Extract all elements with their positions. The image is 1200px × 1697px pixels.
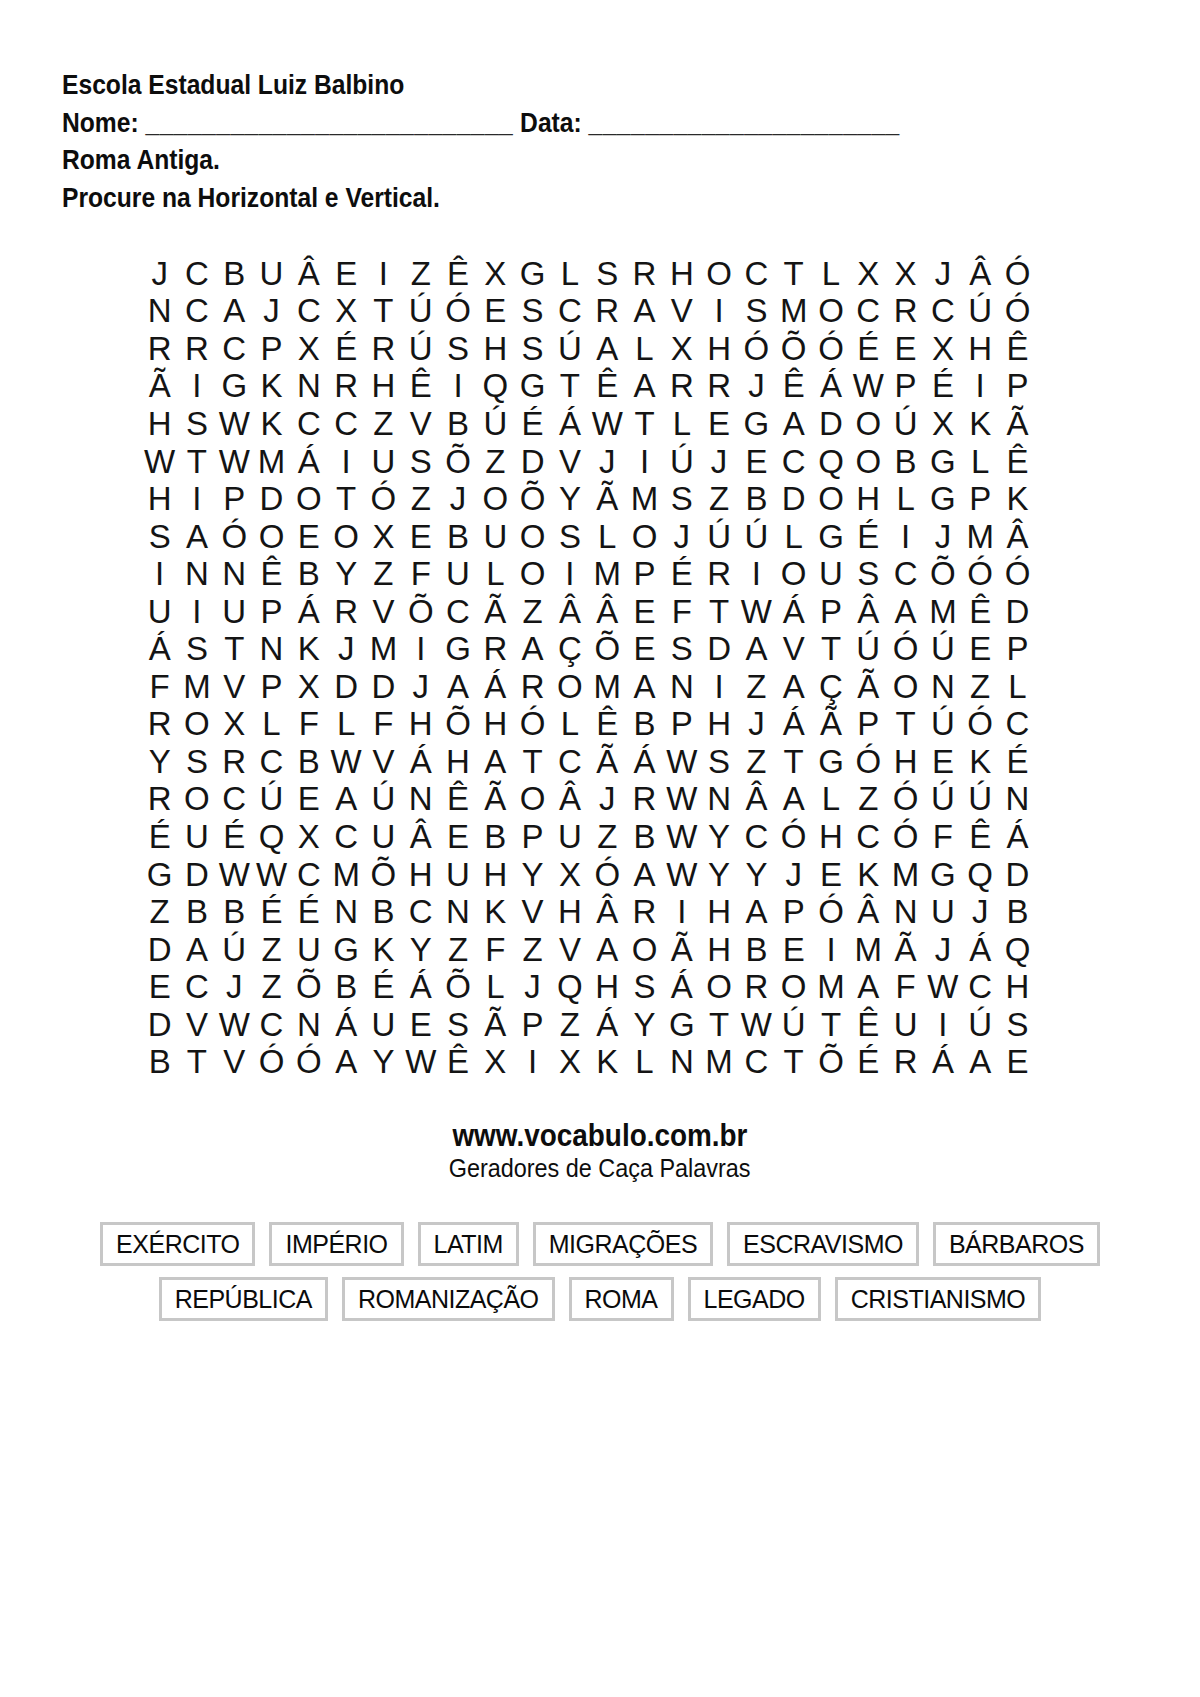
grid-cell-r5c19: D	[812, 405, 849, 443]
grid-cell-r21c16: T	[700, 1006, 737, 1044]
grid-cell-r14c23: K	[962, 743, 999, 781]
grid-cell-r21c17: W	[738, 1006, 775, 1044]
grid-cell-r17c5: C	[290, 856, 327, 894]
grid-cell-r15c17: Â	[738, 781, 775, 819]
grid-cell-r20c4: Z	[253, 968, 290, 1006]
grid-cell-r19c6: G	[327, 931, 364, 969]
grid-cell-r22c1: B	[141, 1043, 178, 1081]
theme-title: Roma Antiga.	[62, 141, 900, 179]
grid-cell-r19c14: O	[626, 931, 663, 969]
grid-cell-r13c5: F	[290, 706, 327, 744]
grid-cell-r19c4: Z	[253, 931, 290, 969]
grid-cell-r9c4: Ê	[253, 555, 290, 593]
grid-cell-r4c2: I	[178, 368, 215, 406]
grid-cell-r15c13: J	[589, 781, 626, 819]
grid-cell-r9c11: O	[514, 555, 551, 593]
grid-cell-r18c4: É	[253, 893, 290, 931]
grid-cell-r9c5: B	[290, 555, 327, 593]
grid-cell-r1c20: X	[850, 255, 887, 293]
grid-cell-r1c8: Z	[402, 255, 439, 293]
grid-cell-r16c18: Ó	[775, 818, 812, 856]
grid-cell-r11c6: J	[327, 630, 364, 668]
grid-cell-r9c10: L	[477, 555, 514, 593]
grid-cell-r1c5: Â	[290, 255, 327, 293]
grid-cell-r17c23: Q	[962, 856, 999, 894]
grid-cell-r14c16: S	[700, 743, 737, 781]
grid-cell-r11c10: R	[477, 630, 514, 668]
grid-cell-r12c19: Ç	[812, 668, 849, 706]
grid-cell-r12c24: L	[999, 668, 1036, 706]
grid-cell-r10c23: Ê	[962, 593, 999, 631]
grid-cell-r17c2: D	[178, 856, 215, 894]
grid-cell-r21c11: P	[514, 1006, 551, 1044]
grid-cell-r14c5: B	[290, 743, 327, 781]
grid-cell-r18c7: B	[365, 893, 402, 931]
grid-cell-r13c18: Á	[775, 706, 812, 744]
word-chip-latim: LATIM	[418, 1222, 519, 1266]
grid-cell-r19c22: J	[924, 931, 961, 969]
grid-cell-r8c21: I	[887, 518, 924, 556]
grid-cell-r4c17: J	[738, 368, 775, 406]
grid-cell-r3c12: Ú	[551, 330, 588, 368]
grid-cell-r10c22: M	[924, 593, 961, 631]
grid-cell-r20c21: F	[887, 968, 924, 1006]
grid-cell-r16c15: W	[663, 818, 700, 856]
grid-cell-r13c6: L	[327, 706, 364, 744]
grid-cell-r14c18: T	[775, 743, 812, 781]
grid-cell-r12c18: A	[775, 668, 812, 706]
grid-cell-r11c19: T	[812, 630, 849, 668]
grid-cell-r4c15: R	[663, 368, 700, 406]
grid-cell-r14c3: R	[216, 743, 253, 781]
grid-cell-r8c20: É	[850, 518, 887, 556]
grid-cell-r14c4: C	[253, 743, 290, 781]
grid-cell-r4c18: Ê	[775, 368, 812, 406]
grid-cell-r17c12: X	[551, 856, 588, 894]
worksheet-header: Escola Estadual Luiz Balbino Nome: _____…	[62, 66, 900, 216]
grid-cell-r16c24: Á	[999, 818, 1036, 856]
grid-cell-r9c22: Õ	[924, 555, 961, 593]
grid-cell-r16c23: Ê	[962, 818, 999, 856]
grid-cell-r3c18: Õ	[775, 330, 812, 368]
letter-grid: JCBUÂEIZÊXGLSRHOCTLXXJÂÓNCAJCXTÚÓESCRAVI…	[141, 255, 1036, 1081]
grid-cell-r2c14: A	[626, 293, 663, 331]
grid-cell-r4c11: G	[514, 368, 551, 406]
grid-cell-r10c21: A	[887, 593, 924, 631]
grid-cell-r12c4: P	[253, 668, 290, 706]
grid-cell-r13c16: H	[700, 706, 737, 744]
word-chip-cristianismo: CRISTIANISMO	[835, 1277, 1042, 1321]
grid-cell-r19c10: F	[477, 931, 514, 969]
grid-cell-r9c7: Z	[365, 555, 402, 593]
grid-cell-r11c16: D	[700, 630, 737, 668]
grid-cell-r11c8: I	[402, 630, 439, 668]
grid-cell-r6c4: M	[253, 443, 290, 481]
grid-cell-r5c3: W	[216, 405, 253, 443]
grid-cell-r10c7: V	[365, 593, 402, 631]
grid-cell-r1c21: X	[887, 255, 924, 293]
grid-cell-r15c14: R	[626, 781, 663, 819]
grid-cell-r5c10: Ú	[477, 405, 514, 443]
grid-cell-r16c9: E	[439, 818, 476, 856]
grid-cell-r5c5: C	[290, 405, 327, 443]
grid-cell-r10c16: T	[700, 593, 737, 631]
grid-cell-r17c21: M	[887, 856, 924, 894]
grid-cell-r5c1: H	[141, 405, 178, 443]
grid-cell-r16c5: X	[290, 818, 327, 856]
grid-cell-r17c7: Õ	[365, 856, 402, 894]
grid-cell-r20c7: É	[365, 968, 402, 1006]
grid-cell-r2c17: S	[738, 293, 775, 331]
grid-cell-r19c9: Z	[439, 931, 476, 969]
grid-cell-r5c2: S	[178, 405, 215, 443]
grid-cell-r6c18: C	[775, 443, 812, 481]
grid-cell-r16c14: B	[626, 818, 663, 856]
grid-cell-r14c6: W	[327, 743, 364, 781]
grid-cell-r16c20: C	[850, 818, 887, 856]
grid-cell-r11c12: Ç	[551, 630, 588, 668]
grid-cell-r20c2: C	[178, 968, 215, 1006]
name-blank-line: __________________________	[146, 107, 514, 138]
grid-cell-r10c5: Á	[290, 593, 327, 631]
grid-cell-r9c2: N	[178, 555, 215, 593]
grid-cell-r7c15: S	[663, 480, 700, 518]
grid-cell-r10c6: R	[327, 593, 364, 631]
grid-cell-r1c6: E	[327, 255, 364, 293]
grid-cell-r4c23: I	[962, 368, 999, 406]
grid-cell-r21c21: U	[887, 1006, 924, 1044]
grid-cell-r2c12: C	[551, 293, 588, 331]
grid-cell-r4c20: W	[850, 368, 887, 406]
grid-cell-r14c8: Á	[402, 743, 439, 781]
grid-cell-r18c12: H	[551, 893, 588, 931]
grid-cell-r1c22: J	[924, 255, 961, 293]
grid-cell-r17c16: Y	[700, 856, 737, 894]
grid-cell-r21c18: Ú	[775, 1006, 812, 1044]
grid-cell-r5c20: O	[850, 405, 887, 443]
grid-cell-r5c16: E	[700, 405, 737, 443]
grid-cell-r17c1: G	[141, 856, 178, 894]
grid-cell-r5c21: Ú	[887, 405, 924, 443]
grid-cell-r4c7: H	[365, 368, 402, 406]
grid-cell-r15c11: O	[514, 781, 551, 819]
grid-cell-r16c16: Y	[700, 818, 737, 856]
grid-cell-r8c24: Â	[999, 518, 1036, 556]
grid-cell-r6c12: V	[551, 443, 588, 481]
grid-cell-r7c22: G	[924, 480, 961, 518]
grid-cell-r18c6: N	[327, 893, 364, 931]
grid-cell-r1c4: U	[253, 255, 290, 293]
grid-cell-r14c7: V	[365, 743, 402, 781]
grid-cell-r3c6: É	[327, 330, 364, 368]
grid-cell-r15c1: R	[141, 781, 178, 819]
grid-cell-r13c10: H	[477, 706, 514, 744]
grid-cell-r19c24: Q	[999, 931, 1036, 969]
grid-cell-r22c14: L	[626, 1043, 663, 1081]
grid-cell-r18c1: Z	[141, 893, 178, 931]
grid-cell-r15c2: O	[178, 781, 215, 819]
grid-cell-r22c9: Ê	[439, 1043, 476, 1081]
grid-cell-r13c20: P	[850, 706, 887, 744]
grid-cell-r20c5: Õ	[290, 968, 327, 1006]
grid-cell-r14c1: Y	[141, 743, 178, 781]
grid-cell-r2c22: C	[924, 293, 961, 331]
grid-cell-r14c24: É	[999, 743, 1036, 781]
grid-cell-r11c22: Ú	[924, 630, 961, 668]
grid-cell-r16c4: Q	[253, 818, 290, 856]
word-chip-bárbaros: BÁRBAROS	[933, 1222, 1100, 1266]
grid-cell-r8c11: O	[514, 518, 551, 556]
grid-cell-r17c24: D	[999, 856, 1036, 894]
grid-cell-r12c20: Ã	[850, 668, 887, 706]
grid-cell-r22c18: T	[775, 1043, 812, 1081]
grid-cell-r10c3: U	[216, 593, 253, 631]
grid-cell-r4c1: Ã	[141, 368, 178, 406]
grid-cell-r5c12: Á	[551, 405, 588, 443]
grid-cell-r22c19: Õ	[812, 1043, 849, 1081]
grid-cell-r11c7: M	[365, 630, 402, 668]
grid-cell-r16c13: Z	[589, 818, 626, 856]
grid-cell-r17c6: M	[327, 856, 364, 894]
grid-cell-r3c1: R	[141, 330, 178, 368]
grid-cell-r22c12: X	[551, 1043, 588, 1081]
grid-cell-r14c9: H	[439, 743, 476, 781]
grid-cell-r9c17: I	[738, 555, 775, 593]
grid-cell-r3c2: R	[178, 330, 215, 368]
grid-cell-r20c6: B	[327, 968, 364, 1006]
grid-cell-r9c13: M	[589, 555, 626, 593]
grid-cell-r6c19: Q	[812, 443, 849, 481]
grid-cell-r7c8: Z	[402, 480, 439, 518]
grid-cell-r15c16: N	[700, 781, 737, 819]
grid-cell-r5c11: É	[514, 405, 551, 443]
grid-cell-r15c19: L	[812, 781, 849, 819]
grid-cell-r6c13: J	[589, 443, 626, 481]
grid-cell-r22c10: X	[477, 1043, 514, 1081]
grid-cell-r4c19: Á	[812, 368, 849, 406]
grid-cell-r21c15: G	[663, 1006, 700, 1044]
grid-cell-r5c15: L	[663, 405, 700, 443]
grid-cell-r1c9: Ê	[439, 255, 476, 293]
grid-cell-r20c15: Á	[663, 968, 700, 1006]
grid-cell-r12c5: X	[290, 668, 327, 706]
grid-cell-r16c11: P	[514, 818, 551, 856]
grid-cell-r8c19: G	[812, 518, 849, 556]
grid-cell-r10c17: W	[738, 593, 775, 631]
grid-cell-r1c13: S	[589, 255, 626, 293]
grid-cell-r15c10: Ã	[477, 781, 514, 819]
grid-cell-r2c9: Ó	[439, 293, 476, 331]
grid-cell-r14c11: T	[514, 743, 551, 781]
grid-cell-r15c22: Ú	[924, 781, 961, 819]
word-chip-escravismo: ESCRAVISMO	[727, 1222, 919, 1266]
grid-cell-r22c22: Á	[924, 1043, 961, 1081]
grid-cell-r20c19: M	[812, 968, 849, 1006]
grid-cell-r8c13: L	[589, 518, 626, 556]
grid-cell-r20c18: O	[775, 968, 812, 1006]
grid-cell-r3c13: A	[589, 330, 626, 368]
grid-cell-r4c10: Q	[477, 368, 514, 406]
grid-cell-r3c9: S	[439, 330, 476, 368]
word-chip-roma: ROMA	[569, 1277, 674, 1321]
grid-cell-r20c11: J	[514, 968, 551, 1006]
grid-cell-r17c17: Y	[738, 856, 775, 894]
grid-cell-r22c11: I	[514, 1043, 551, 1081]
grid-cell-r21c7: U	[365, 1006, 402, 1044]
grid-cell-r15c7: Ú	[365, 781, 402, 819]
grid-cell-r19c16: H	[700, 931, 737, 969]
grid-cell-r6c17: E	[738, 443, 775, 481]
word-chip-império: IMPÉRIO	[269, 1222, 403, 1266]
grid-cell-r4c8: Ê	[402, 368, 439, 406]
grid-cell-r1c1: J	[141, 255, 178, 293]
grid-cell-r20c9: Õ	[439, 968, 476, 1006]
grid-cell-r6c5: Á	[290, 443, 327, 481]
grid-cell-r2c10: E	[477, 293, 514, 331]
grid-cell-r19c18: E	[775, 931, 812, 969]
grid-cell-r12c10: Á	[477, 668, 514, 706]
grid-cell-r19c23: Á	[962, 931, 999, 969]
grid-cell-r6c16: J	[700, 443, 737, 481]
grid-cell-r8c17: Ú	[738, 518, 775, 556]
worksheet-page: { "game": "word-search (caça palavras)",…	[0, 0, 1200, 1697]
grid-cell-r11c18: V	[775, 630, 812, 668]
grid-cell-r5c23: K	[962, 405, 999, 443]
grid-cell-r7c16: Z	[700, 480, 737, 518]
grid-cell-r13c19: Ã	[812, 706, 849, 744]
grid-cell-r14c21: H	[887, 743, 924, 781]
grid-cell-r16c17: C	[738, 818, 775, 856]
grid-cell-r10c13: Â	[589, 593, 626, 631]
grid-cell-r6c11: D	[514, 443, 551, 481]
grid-cell-r2c18: M	[775, 293, 812, 331]
grid-cell-r18c15: I	[663, 893, 700, 931]
grid-cell-r3c20: É	[850, 330, 887, 368]
grid-cell-r8c1: S	[141, 518, 178, 556]
grid-cell-r18c21: N	[887, 893, 924, 931]
grid-cell-r16c6: C	[327, 818, 364, 856]
grid-cell-r13c3: X	[216, 706, 253, 744]
grid-cell-r13c12: L	[551, 706, 588, 744]
grid-cell-r22c16: M	[700, 1043, 737, 1081]
grid-cell-r3c23: H	[962, 330, 999, 368]
grid-cell-r11c14: E	[626, 630, 663, 668]
grid-cell-r1c3: B	[216, 255, 253, 293]
grid-cell-r21c13: Á	[589, 1006, 626, 1044]
grid-cell-r2c11: S	[514, 293, 551, 331]
generator-tagline: Geradores de Caça Palavras	[0, 1153, 1200, 1184]
date-label: Data:	[520, 107, 582, 138]
grid-cell-r20c17: R	[738, 968, 775, 1006]
grid-cell-r7c9: J	[439, 480, 476, 518]
grid-cell-r2c13: R	[589, 293, 626, 331]
grid-cell-r12c3: V	[216, 668, 253, 706]
grid-cell-r11c3: T	[216, 630, 253, 668]
grid-cell-r13c24: C	[999, 706, 1036, 744]
grid-cell-r20c23: C	[962, 968, 999, 1006]
grid-cell-r19c8: Y	[402, 931, 439, 969]
grid-cell-r19c1: D	[141, 931, 178, 969]
grid-cell-r11c4: N	[253, 630, 290, 668]
grid-cell-r20c24: H	[999, 968, 1036, 1006]
grid-cell-r12c15: N	[663, 668, 700, 706]
grid-cell-r4c16: R	[700, 368, 737, 406]
grid-cell-r19c3: Ú	[216, 931, 253, 969]
grid-cell-r8c14: O	[626, 518, 663, 556]
grid-cell-r19c20: M	[850, 931, 887, 969]
grid-cell-r8c12: S	[551, 518, 588, 556]
grid-cell-r9c6: Y	[327, 555, 364, 593]
grid-cell-r11c23: E	[962, 630, 999, 668]
grid-cell-r5c17: G	[738, 405, 775, 443]
grid-cell-r10c24: D	[999, 593, 1036, 631]
grid-cell-r10c19: P	[812, 593, 849, 631]
grid-cell-r7c24: K	[999, 480, 1036, 518]
grid-cell-r4c24: P	[999, 368, 1036, 406]
grid-cell-r14c15: W	[663, 743, 700, 781]
grid-cell-r12c2: M	[178, 668, 215, 706]
grid-cell-r13c7: F	[365, 706, 402, 744]
grid-cell-r12c17: Z	[738, 668, 775, 706]
grid-cell-r7c10: O	[477, 480, 514, 518]
grid-cell-r16c3: É	[216, 818, 253, 856]
grid-cell-r19c7: K	[365, 931, 402, 969]
grid-cell-r14c22: E	[924, 743, 961, 781]
grid-cell-r18c24: B	[999, 893, 1036, 931]
grid-cell-r15c20: Z	[850, 781, 887, 819]
grid-cell-r22c21: R	[887, 1043, 924, 1081]
grid-cell-r22c13: K	[589, 1043, 626, 1081]
school-name: Escola Estadual Luiz Balbino	[62, 66, 900, 104]
grid-cell-r13c1: R	[141, 706, 178, 744]
grid-cell-r1c12: L	[551, 255, 588, 293]
grid-cell-r6c8: S	[402, 443, 439, 481]
grid-cell-r6c15: Ú	[663, 443, 700, 481]
grid-cell-r4c22: É	[924, 368, 961, 406]
grid-cell-r1c10: X	[477, 255, 514, 293]
grid-cell-r3c24: Ê	[999, 330, 1036, 368]
grid-cell-r10c9: C	[439, 593, 476, 631]
grid-cell-r1c19: L	[812, 255, 849, 293]
grid-cell-r11c17: A	[738, 630, 775, 668]
grid-cell-r4c21: P	[887, 368, 924, 406]
grid-cell-r18c17: A	[738, 893, 775, 931]
grid-cell-r7c23: P	[962, 480, 999, 518]
grid-cell-r2c24: Ó	[999, 293, 1036, 331]
grid-cell-r6c7: U	[365, 443, 402, 481]
grid-cell-r10c20: Â	[850, 593, 887, 631]
grid-cell-r6c22: G	[924, 443, 961, 481]
grid-cell-r13c21: T	[887, 706, 924, 744]
grid-cell-r10c8: Õ	[402, 593, 439, 631]
grid-cell-r9c20: S	[850, 555, 887, 593]
grid-cell-r7c20: H	[850, 480, 887, 518]
grid-cell-r2c23: Ú	[962, 293, 999, 331]
grid-cell-r15c21: Ó	[887, 781, 924, 819]
grid-cell-r3c11: S	[514, 330, 551, 368]
grid-cell-r7c17: B	[738, 480, 775, 518]
grid-cell-r6c20: O	[850, 443, 887, 481]
grid-cell-r9c9: U	[439, 555, 476, 593]
grid-cell-r1c17: C	[738, 255, 775, 293]
grid-cell-r2c5: C	[290, 293, 327, 331]
grid-cell-r14c10: A	[477, 743, 514, 781]
grid-cell-r6c2: T	[178, 443, 215, 481]
grid-cell-r12c1: F	[141, 668, 178, 706]
grid-cell-r1c23: Â	[962, 255, 999, 293]
grid-cell-r22c15: N	[663, 1043, 700, 1081]
grid-cell-r14c19: G	[812, 743, 849, 781]
